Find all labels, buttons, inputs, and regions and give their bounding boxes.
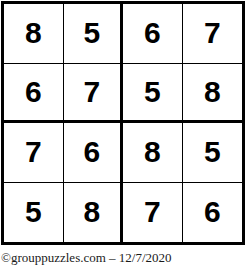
copyright-footer: ©grouppuzzles.com – 12/7/2020	[1, 250, 246, 266]
cell-r2c1: 6	[4, 64, 64, 124]
cell-r2c4: 8	[183, 64, 243, 124]
cell-r2c3: 5	[123, 64, 183, 124]
cell-r3c4: 5	[183, 123, 243, 183]
cell-r4c4: 6	[183, 183, 243, 243]
cell-r3c1: 7	[4, 123, 64, 183]
cell-r4c3: 7	[123, 183, 183, 243]
cell-r4c2: 8	[64, 183, 124, 243]
cell-r3c3: 8	[123, 123, 183, 183]
cell-r1c4: 7	[183, 4, 243, 64]
cell-r1c3: 6	[123, 4, 183, 64]
puzzle-page: 8567675876855876 ©grouppuzzles.com – 12/…	[0, 0, 247, 269]
cell-r1c2: 5	[64, 4, 124, 64]
sudoku-board: 8567675876855876	[1, 1, 245, 245]
cell-r1c1: 8	[4, 4, 64, 64]
cell-r4c1: 5	[4, 183, 64, 243]
cell-r2c2: 7	[64, 64, 124, 124]
cell-r3c2: 6	[64, 123, 124, 183]
